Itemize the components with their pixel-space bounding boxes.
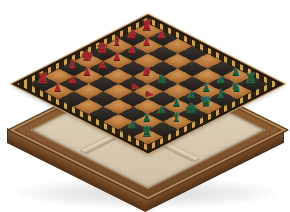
red-k-piece: ♚: [80, 48, 93, 62]
red-q-piece: ♛: [95, 41, 108, 55]
red-r-piece: ♜: [140, 18, 153, 32]
red-r-piece: ♜: [36, 71, 49, 85]
product-photo-stage: ♜♟♟♜♞♟♟♞♝♟♟♝♛♟♞♞♟♛♚♟♟♟♟♚♝♟♟♝♟♟♜♟♟♜: [0, 0, 290, 212]
